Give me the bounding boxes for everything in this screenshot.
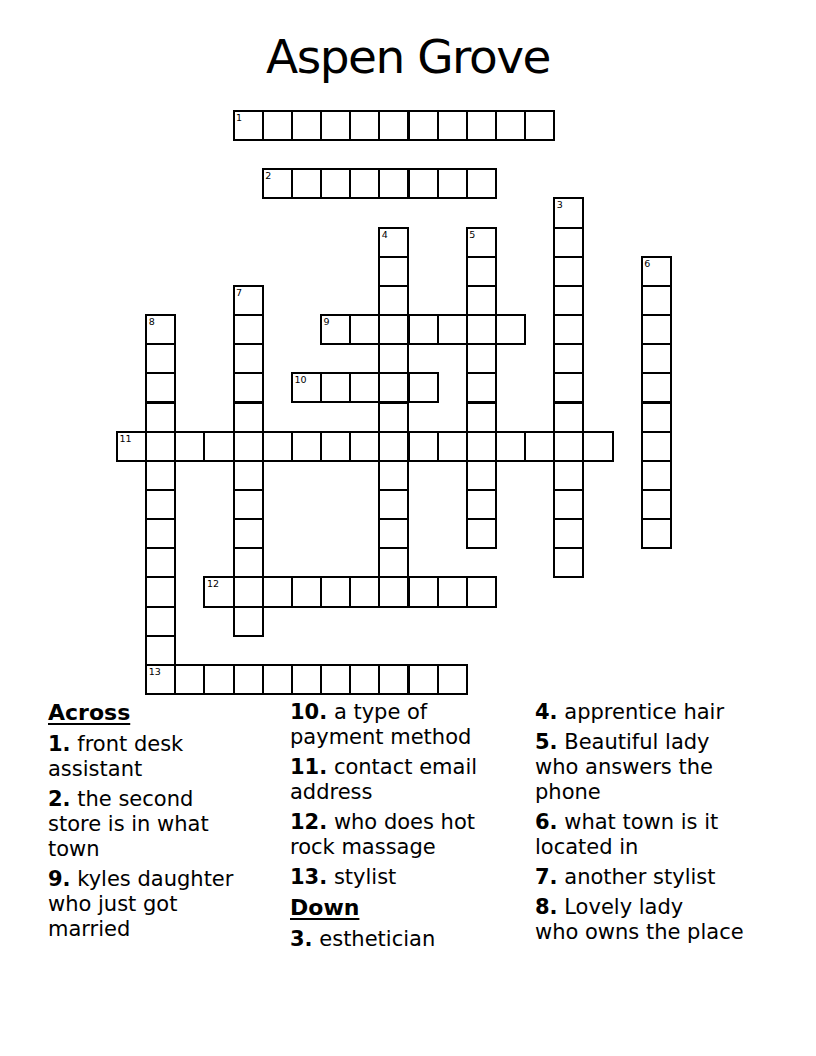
grid-cell[interactable] [349,314,380,345]
clue-item: 4. apprentice hair [535,700,787,725]
grid-cell[interactable] [233,460,264,491]
clue-column-3: 4. apprentice hair5. Beautiful lady who … [535,700,787,950]
clue-item: 9. kyles daughter who just got married [48,867,280,942]
clue-number: 13. [290,865,327,889]
grid-cell[interactable]: 6 [641,256,672,287]
grid-cell[interactable] [145,635,176,666]
cell-number: 4 [382,229,388,240]
clue-text: the second store is in what town [48,787,209,861]
grid-cell[interactable] [378,431,409,462]
grid-cell[interactable] [408,110,439,141]
puzzle-title: Aspen Grove [0,30,816,84]
grid-cell[interactable] [641,431,672,462]
grid-cell[interactable]: 12 [203,576,234,607]
grid-cell[interactable] [174,431,205,462]
grid-cell[interactable] [641,402,672,433]
grid-cell[interactable] [320,372,351,403]
grid-cell[interactable] [582,431,613,462]
grid-cell[interactable]: 1 [233,110,264,141]
clue-number: 7. [535,865,558,889]
grid-cell[interactable] [233,576,264,607]
grid-cell[interactable] [349,431,380,462]
grid-cell[interactable] [466,518,497,549]
grid-cell[interactable] [495,431,526,462]
grid-cell[interactable] [378,110,409,141]
clue-number: 4. [535,700,558,724]
grid-cell[interactable]: 13 [145,664,176,695]
clue-text: apprentice hair [558,700,724,724]
grid-cell[interactable] [466,489,497,520]
grid-cell[interactable] [553,256,584,287]
grid-cell[interactable] [349,372,380,403]
cell-number: 10 [294,374,306,385]
grid-cell[interactable] [145,576,176,607]
grid-cell[interactable] [320,110,351,141]
grid-cell[interactable]: 10 [291,372,322,403]
grid-cell[interactable] [641,460,672,491]
clue-item: 11. contact email address [290,755,527,805]
clue-column-2: 10. a type of payment method11. contact … [290,700,527,957]
grid-cell[interactable] [145,547,176,578]
grid-cell[interactable]: 2 [262,168,293,199]
grid-cell[interactable] [145,431,176,462]
grid-cell[interactable] [291,576,322,607]
cell-number: 2 [265,170,271,181]
grid-cell[interactable] [291,664,322,695]
grid-cell[interactable] [553,285,584,316]
grid-cell[interactable] [378,576,409,607]
grid-cell[interactable]: 7 [233,285,264,316]
grid-cell[interactable] [408,576,439,607]
grid-cell[interactable] [553,402,584,433]
grid-cell[interactable] [437,314,468,345]
down-header: Down [290,895,527,921]
cell-number: 9 [324,316,330,327]
grid-cell[interactable] [466,372,497,403]
grid-cell[interactable] [553,343,584,374]
clue-number: 8. [535,895,558,919]
grid-cell[interactable] [466,285,497,316]
grid-cell[interactable] [641,343,672,374]
clue-item: 8. Lovely lady who owns the place [535,895,787,945]
grid-cell[interactable] [641,489,672,520]
grid-cell[interactable] [378,547,409,578]
grid-cell[interactable] [320,168,351,199]
grid-cell[interactable] [145,402,176,433]
cell-number: 7 [236,287,242,298]
grid-cell[interactable] [495,314,526,345]
grid-cell[interactable] [320,664,351,695]
grid-cell[interactable] [145,489,176,520]
grid-cell[interactable] [466,343,497,374]
grid-cell[interactable] [378,460,409,491]
grid-cell[interactable] [641,518,672,549]
grid-cell[interactable] [233,547,264,578]
page: Aspen Grove 12345678910111213 Across1. f… [0,0,816,1056]
clue-number: 9. [48,867,71,891]
grid-cell[interactable] [233,518,264,549]
grid-cell[interactable] [524,110,555,141]
grid-cell[interactable] [553,547,584,578]
grid-cell[interactable] [466,256,497,287]
grid-cell[interactable] [349,576,380,607]
grid-cell[interactable] [408,431,439,462]
grid-cell[interactable] [466,576,497,607]
clue-item: 5. Beautiful lady who answers the phone [535,730,787,805]
clue-item: 13. stylist [290,865,527,890]
grid-cell[interactable] [378,518,409,549]
clue-item: 7. another stylist [535,865,787,890]
clue-text: stylist [327,865,396,889]
clue-number: 3. [290,927,313,951]
cell-number: 3 [557,199,563,210]
grid-cell[interactable] [641,285,672,316]
grid-cell[interactable] [174,664,205,695]
grid-cell[interactable] [145,460,176,491]
grid-cell[interactable] [233,664,264,695]
grid-cell[interactable] [408,168,439,199]
clue-number: 12. [290,810,327,834]
grid-cell[interactable] [145,518,176,549]
grid-cell[interactable] [641,314,672,345]
clue-item: 10. a type of payment method [290,700,527,750]
cell-number: 13 [149,666,161,677]
grid-cell[interactable] [262,664,293,695]
cell-number: 12 [207,578,219,589]
grid-cell[interactable] [320,431,351,462]
cell-number: 8 [149,316,155,327]
clue-item: 6. what town is it located in [535,810,787,860]
clue-number: 6. [535,810,558,834]
grid-cell[interactable] [291,168,322,199]
grid-cell[interactable] [320,576,351,607]
grid-cell[interactable] [641,372,672,403]
grid-cell[interactable] [233,343,264,374]
grid-cell[interactable] [437,431,468,462]
grid-cell[interactable] [145,372,176,403]
clue-text: another stylist [558,865,716,889]
grid-cell[interactable] [553,372,584,403]
grid-cell[interactable] [553,489,584,520]
grid-cell[interactable] [466,402,497,433]
grid-cell[interactable] [349,664,380,695]
grid-cell[interactable] [145,343,176,374]
grid-cell[interactable] [262,576,293,607]
clue-item: 3. esthetician [290,927,527,952]
grid-cell[interactable] [408,314,439,345]
grid-cell[interactable] [553,314,584,345]
grid-cell[interactable]: 5 [466,227,497,258]
grid-cell[interactable] [437,110,468,141]
grid-cell[interactable] [349,110,380,141]
clue-item: 1. front desk assistant [48,732,280,782]
clue-text: kyles daughter who just got married [48,867,233,941]
clue-number: 1. [48,732,71,756]
grid-cell[interactable] [378,489,409,520]
grid-cell[interactable] [233,431,264,462]
clue-column-1: Across1. front desk assistant2. the seco… [48,700,280,947]
grid-cell[interactable] [437,168,468,199]
grid-cell[interactable]: 11 [116,431,147,462]
clue-number: 5. [535,730,558,754]
grid-cell[interactable] [203,431,234,462]
clue-text: esthetician [313,927,436,951]
grid-cell[interactable] [524,431,555,462]
grid-cell[interactable] [378,343,409,374]
grid-cell[interactable] [378,168,409,199]
grid-cell[interactable] [553,431,584,462]
cell-number: 11 [120,433,132,444]
across-header: Across [48,700,280,726]
clue-number: 10. [290,700,327,724]
crossword-grid: 12345678910111213 [116,110,673,696]
grid-cell[interactable] [408,372,439,403]
grid-cell[interactable] [233,489,264,520]
grid-cell[interactable] [553,460,584,491]
grid-cell[interactable] [378,314,409,345]
grid-cell[interactable] [233,606,264,637]
grid-cell[interactable] [378,664,409,695]
grid-cell[interactable] [378,285,409,316]
grid-cell[interactable]: 8 [145,314,176,345]
grid-cell[interactable] [466,314,497,345]
grid-cell[interactable]: 9 [320,314,351,345]
clue-text: Lovely lady who owns the place [535,895,744,944]
grid-cell[interactable] [291,431,322,462]
clue-item: 12. who does hot rock massage [290,810,527,860]
grid-cell[interactable] [408,664,439,695]
grid-cell[interactable] [466,168,497,199]
cell-number: 1 [236,112,242,123]
grid-cell[interactable] [495,110,526,141]
grid-cell[interactable]: 3 [553,197,584,228]
grid-cell[interactable] [437,576,468,607]
cell-number: 6 [644,258,650,269]
grid-cell[interactable] [466,110,497,141]
grid-cell[interactable] [233,372,264,403]
grid-cell[interactable] [262,110,293,141]
grid-cell[interactable] [233,314,264,345]
grid-cell[interactable]: 4 [378,227,409,258]
clue-number: 2. [48,787,71,811]
grid-cell[interactable] [466,460,497,491]
grid-cell[interactable] [378,372,409,403]
clue-text: Beautiful lady who answers the phone [535,730,713,804]
clue-item: 2. the second store is in what town [48,787,280,862]
grid-cell[interactable] [233,402,264,433]
grid-cell[interactable] [553,227,584,258]
grid-cell[interactable] [378,256,409,287]
grid-cell[interactable] [437,664,468,695]
grid-cell[interactable] [349,168,380,199]
cell-number: 5 [469,229,475,240]
grid-cell[interactable] [553,518,584,549]
clue-number: 11. [290,755,327,779]
grid-cell[interactable] [466,431,497,462]
grid-cell[interactable] [262,431,293,462]
grid-cell[interactable] [145,606,176,637]
grid-cell[interactable] [291,110,322,141]
clue-text: what town is it located in [535,810,718,859]
grid-cell[interactable] [378,402,409,433]
grid-cell[interactable] [203,664,234,695]
